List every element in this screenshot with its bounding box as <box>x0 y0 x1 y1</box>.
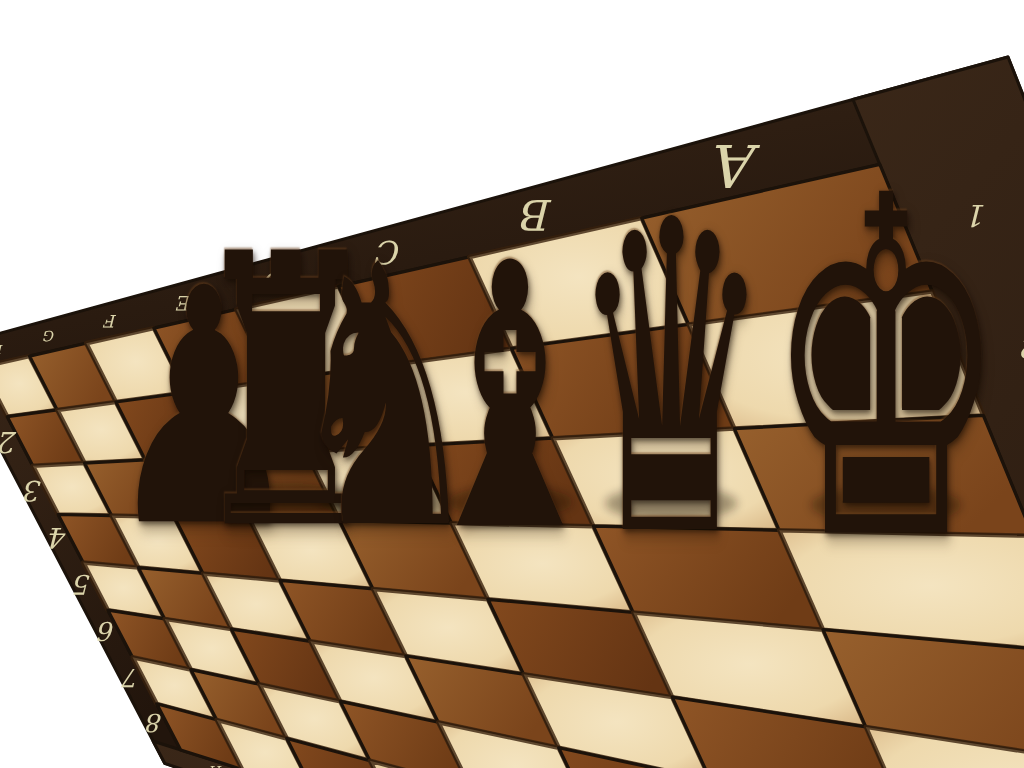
chess-board: HHGGFFEEDDCCBBAA1122334455667788 <box>0 0 1024 768</box>
rank-label-left-2: 2 <box>0 425 18 459</box>
rank-label-right-1: 1 <box>969 198 988 233</box>
file-label-near-h: H <box>208 763 222 768</box>
piece-shadow <box>319 484 451 518</box>
rank-label-left-4: 4 <box>49 521 68 554</box>
file-label-b: B <box>520 190 554 239</box>
file-label-a: A <box>716 131 761 200</box>
piece-shadow <box>811 485 961 524</box>
file-label-c: C <box>374 233 402 271</box>
file-label-g: G <box>42 328 55 344</box>
file-label-h: H <box>0 342 3 356</box>
photo-canvas: HHGGFFEEDDCCBBAA1122334455667788 ♟♜♞♝♛♚ <box>0 0 1024 768</box>
piece-shadow <box>605 486 737 520</box>
file-label-d: D <box>264 266 286 295</box>
rank-label-left-8: 8 <box>145 708 163 737</box>
file-label-e: E <box>175 291 192 315</box>
rank-label-left-3: 3 <box>23 474 43 507</box>
piece-shadow <box>448 486 572 518</box>
rank-label-left-6: 6 <box>97 616 116 646</box>
rank-label-left-5: 5 <box>73 569 92 600</box>
